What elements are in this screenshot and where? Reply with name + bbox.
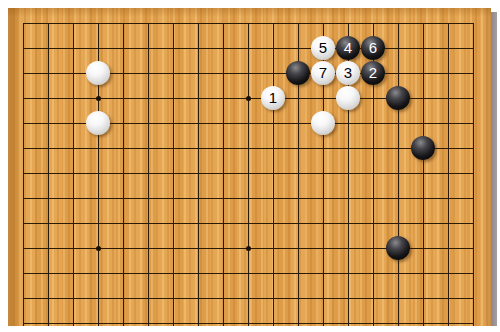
white-stone bbox=[86, 111, 110, 135]
grid-line-horizontal bbox=[23, 223, 474, 224]
grid-line-horizontal bbox=[23, 298, 474, 299]
white-stone: 7 bbox=[311, 61, 335, 85]
black-stone bbox=[411, 136, 435, 160]
grid-line-vertical bbox=[73, 23, 74, 326]
grid-line-vertical bbox=[398, 23, 399, 326]
grid-line-vertical bbox=[173, 23, 174, 326]
grid-line-vertical bbox=[123, 23, 124, 326]
black-stone bbox=[286, 61, 310, 85]
star-point bbox=[96, 246, 101, 251]
stone-move-number: 2 bbox=[369, 61, 377, 85]
black-stone bbox=[386, 236, 410, 260]
grid-line-horizontal bbox=[23, 173, 474, 174]
white-stone bbox=[311, 111, 335, 135]
grid-line-vertical bbox=[448, 23, 449, 326]
stone-move-number: 5 bbox=[319, 36, 327, 60]
grid-line-vertical bbox=[198, 23, 199, 326]
grid-line-vertical bbox=[48, 23, 49, 326]
grid-line-horizontal bbox=[23, 23, 474, 24]
board-edge-shading bbox=[8, 8, 491, 326]
board-side-shadow bbox=[491, 12, 497, 326]
stone-move-number: 3 bbox=[344, 61, 352, 85]
go-diagram: 1574362 bbox=[0, 0, 500, 332]
star-point bbox=[246, 246, 251, 251]
grid-line-vertical bbox=[248, 23, 249, 326]
grid-line-horizontal bbox=[23, 148, 474, 149]
grid-line-vertical bbox=[473, 23, 474, 326]
grid-line-horizontal bbox=[23, 198, 474, 199]
star-point bbox=[246, 96, 251, 101]
stone-move-number: 4 bbox=[344, 36, 352, 60]
black-stone: 6 bbox=[361, 36, 385, 60]
go-board[interactable]: 1574362 bbox=[8, 8, 491, 326]
white-stone: 3 bbox=[336, 61, 360, 85]
grid-line-vertical bbox=[423, 23, 424, 326]
black-stone: 4 bbox=[336, 36, 360, 60]
grid-line-vertical bbox=[148, 23, 149, 326]
grid-line-horizontal bbox=[23, 323, 474, 324]
stone-move-number: 7 bbox=[319, 61, 327, 85]
stone-move-number: 1 bbox=[269, 86, 277, 110]
star-point bbox=[96, 96, 101, 101]
white-stone bbox=[336, 86, 360, 110]
black-stone bbox=[386, 86, 410, 110]
white-stone bbox=[86, 61, 110, 85]
white-stone: 5 bbox=[311, 36, 335, 60]
white-stone: 1 bbox=[261, 86, 285, 110]
grid-line-vertical bbox=[223, 23, 224, 326]
grid-line-vertical bbox=[23, 23, 24, 326]
grid-line-vertical bbox=[273, 23, 274, 326]
grid-line-horizontal bbox=[23, 273, 474, 274]
black-stone: 2 bbox=[361, 61, 385, 85]
stone-move-number: 6 bbox=[369, 36, 377, 60]
grid-line-horizontal bbox=[23, 48, 474, 49]
